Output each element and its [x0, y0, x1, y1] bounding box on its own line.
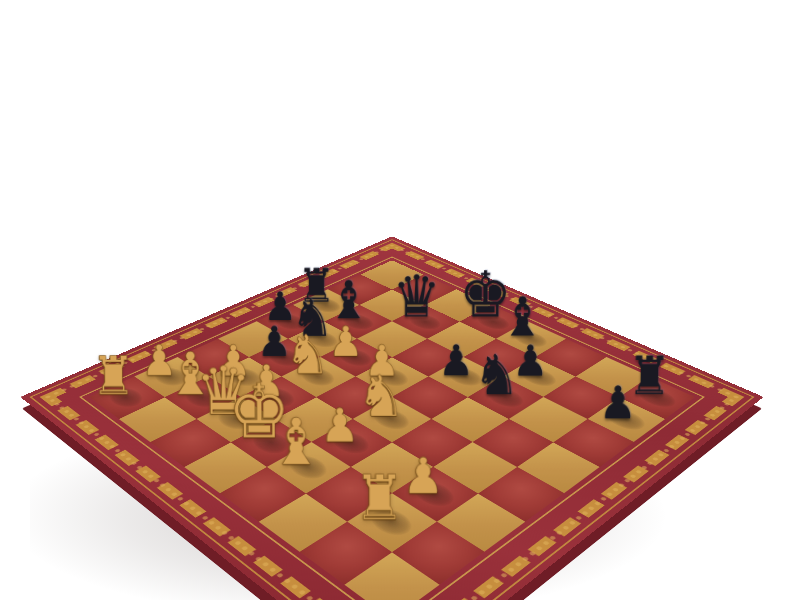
white-rook: ♜	[299, 468, 459, 530]
photo-stage: ♚♝♜♛♟♟♜♝♟♞♟♞♟♟♟♞♞♟♟♟♟♟♝♛♚♝♜♜	[0, 0, 800, 600]
black-pawn: ♟	[547, 380, 688, 425]
